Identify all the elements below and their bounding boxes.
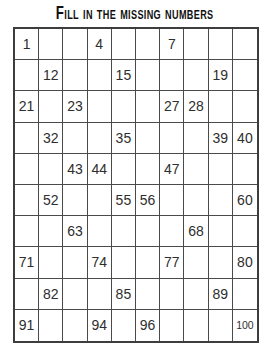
cell-r3c1: 21 bbox=[15, 91, 39, 122]
cell-r1c7: 7 bbox=[160, 29, 184, 60]
cell-r5c4: 44 bbox=[88, 154, 112, 185]
cell-r8c7: 77 bbox=[160, 247, 184, 278]
cell-r7c1[interactable] bbox=[15, 216, 39, 247]
cell-r1c4: 4 bbox=[88, 29, 112, 60]
page-title-text: Fill in the missing numbers bbox=[56, 2, 214, 24]
cell-r8c2[interactable] bbox=[39, 247, 63, 278]
cell-r8c4: 74 bbox=[88, 247, 112, 278]
cell-r7c4[interactable] bbox=[88, 216, 112, 247]
cell-r4c5: 35 bbox=[112, 123, 136, 154]
cell-r6c5: 55 bbox=[112, 185, 136, 216]
page-title: Fill in the missing numbers bbox=[0, 2, 270, 24]
cell-r9c5: 85 bbox=[112, 279, 136, 310]
cell-r3c8: 28 bbox=[184, 91, 208, 122]
cell-r10c2[interactable] bbox=[39, 310, 63, 341]
cell-r2c9: 19 bbox=[209, 60, 233, 91]
cell-r4c8[interactable] bbox=[184, 123, 208, 154]
cell-r1c10[interactable] bbox=[233, 29, 257, 60]
cell-r3c4[interactable] bbox=[88, 91, 112, 122]
cell-r3c5[interactable] bbox=[112, 91, 136, 122]
cell-r6c3[interactable] bbox=[63, 185, 87, 216]
cell-r8c1: 71 bbox=[15, 247, 39, 278]
cell-r5c8[interactable] bbox=[184, 154, 208, 185]
cell-r3c9[interactable] bbox=[209, 91, 233, 122]
cell-r2c2: 12 bbox=[39, 60, 63, 91]
cell-r6c10: 60 bbox=[233, 185, 257, 216]
cell-r9c9: 89 bbox=[209, 279, 233, 310]
cell-r10c3[interactable] bbox=[63, 310, 87, 341]
cell-r4c3[interactable] bbox=[63, 123, 87, 154]
cell-r5c6[interactable] bbox=[136, 154, 160, 185]
cell-r3c6[interactable] bbox=[136, 91, 160, 122]
cell-r6c4[interactable] bbox=[88, 185, 112, 216]
cell-r6c6: 56 bbox=[136, 185, 160, 216]
cell-r4c6[interactable] bbox=[136, 123, 160, 154]
cell-r10c10: 100 bbox=[233, 310, 257, 341]
cell-r7c10[interactable] bbox=[233, 216, 257, 247]
cell-r4c9: 39 bbox=[209, 123, 233, 154]
cell-r9c1[interactable] bbox=[15, 279, 39, 310]
cell-r2c10[interactable] bbox=[233, 60, 257, 91]
cell-r6c7[interactable] bbox=[160, 185, 184, 216]
cell-r3c2[interactable] bbox=[39, 91, 63, 122]
cell-r5c5[interactable] bbox=[112, 154, 136, 185]
cell-r7c5[interactable] bbox=[112, 216, 136, 247]
cell-r6c2: 52 bbox=[39, 185, 63, 216]
cell-r1c5[interactable] bbox=[112, 29, 136, 60]
cell-r10c5[interactable] bbox=[112, 310, 136, 341]
cell-r2c5: 15 bbox=[112, 60, 136, 91]
cell-r4c2: 32 bbox=[39, 123, 63, 154]
cell-r3c10[interactable] bbox=[233, 91, 257, 122]
cell-r6c9[interactable] bbox=[209, 185, 233, 216]
cell-r7c3: 63 bbox=[63, 216, 87, 247]
cell-r9c2: 82 bbox=[39, 279, 63, 310]
cell-r7c2[interactable] bbox=[39, 216, 63, 247]
cell-r2c7[interactable] bbox=[160, 60, 184, 91]
cell-r5c2[interactable] bbox=[39, 154, 63, 185]
cell-r4c7[interactable] bbox=[160, 123, 184, 154]
cell-r9c8[interactable] bbox=[184, 279, 208, 310]
cell-r2c3[interactable] bbox=[63, 60, 87, 91]
cell-r2c6[interactable] bbox=[136, 60, 160, 91]
cell-r2c8[interactable] bbox=[184, 60, 208, 91]
cell-r1c6[interactable] bbox=[136, 29, 160, 60]
cell-r5c7: 47 bbox=[160, 154, 184, 185]
cell-r10c8[interactable] bbox=[184, 310, 208, 341]
cell-r9c7[interactable] bbox=[160, 279, 184, 310]
cell-r1c1: 1 bbox=[15, 29, 39, 60]
cell-r7c8: 68 bbox=[184, 216, 208, 247]
cell-r9c6[interactable] bbox=[136, 279, 160, 310]
cell-r3c7: 27 bbox=[160, 91, 184, 122]
cell-r8c3[interactable] bbox=[63, 247, 87, 278]
cell-r7c6[interactable] bbox=[136, 216, 160, 247]
cell-r10c9[interactable] bbox=[209, 310, 233, 341]
cell-r10c6: 96 bbox=[136, 310, 160, 341]
cell-r1c8[interactable] bbox=[184, 29, 208, 60]
cell-r9c4[interactable] bbox=[88, 279, 112, 310]
cell-r6c1[interactable] bbox=[15, 185, 39, 216]
cell-r5c9[interactable] bbox=[209, 154, 233, 185]
cell-r10c1: 91 bbox=[15, 310, 39, 341]
cell-r8c9[interactable] bbox=[209, 247, 233, 278]
cell-r5c10[interactable] bbox=[233, 154, 257, 185]
cell-r6c8[interactable] bbox=[184, 185, 208, 216]
cell-r10c4: 94 bbox=[88, 310, 112, 341]
cell-r1c9[interactable] bbox=[209, 29, 233, 60]
cell-r9c3[interactable] bbox=[63, 279, 87, 310]
cell-r4c1[interactable] bbox=[15, 123, 39, 154]
cell-r3c3: 23 bbox=[63, 91, 87, 122]
cell-r7c9[interactable] bbox=[209, 216, 233, 247]
cell-r8c8[interactable] bbox=[184, 247, 208, 278]
cell-r8c6[interactable] bbox=[136, 247, 160, 278]
cell-r7c7[interactable] bbox=[160, 216, 184, 247]
cell-r5c1[interactable] bbox=[15, 154, 39, 185]
cell-r9c10[interactable] bbox=[233, 279, 257, 310]
cell-r8c5[interactable] bbox=[112, 247, 136, 278]
cell-r5c3: 43 bbox=[63, 154, 87, 185]
cell-r4c10: 40 bbox=[233, 123, 257, 154]
cell-r2c4[interactable] bbox=[88, 60, 112, 91]
cell-r10c7[interactable] bbox=[160, 310, 184, 341]
number-grid: 1471215192123272832353940434447525556606… bbox=[13, 27, 259, 343]
cell-r1c3[interactable] bbox=[63, 29, 87, 60]
cell-r8c10: 80 bbox=[233, 247, 257, 278]
cell-r2c1[interactable] bbox=[15, 60, 39, 91]
cell-r1c2[interactable] bbox=[39, 29, 63, 60]
cell-r4c4[interactable] bbox=[88, 123, 112, 154]
